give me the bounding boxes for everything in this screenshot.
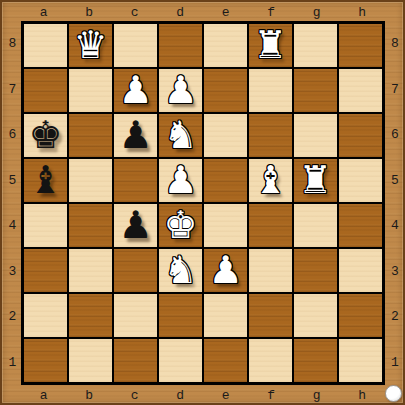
square-g2[interactable] — [293, 293, 338, 338]
rank-labels-right: 87654321 — [386, 21, 404, 385]
coord-label-b: b — [67, 386, 113, 404]
square-c6[interactable]: ♟ — [113, 113, 158, 158]
square-h1[interactable] — [338, 338, 383, 383]
square-d5[interactable]: ♟ — [158, 158, 203, 203]
square-f8[interactable]: ♜ — [248, 23, 293, 68]
square-d1[interactable] — [158, 338, 203, 383]
square-b3[interactable] — [68, 248, 113, 293]
square-d2[interactable] — [158, 293, 203, 338]
square-f7[interactable] — [248, 68, 293, 113]
white-queen-b8[interactable]: ♛ — [73, 24, 107, 67]
square-g5[interactable]: ♜ — [293, 158, 338, 203]
coord-label-e: e — [203, 386, 249, 404]
coord-label-e: e — [203, 4, 249, 21]
coord-label-a: a — [21, 4, 67, 21]
square-a7[interactable] — [23, 68, 68, 113]
square-f2[interactable] — [248, 293, 293, 338]
white-pawn-e3[interactable]: ♟ — [208, 249, 242, 292]
square-a5[interactable]: ♝ — [23, 158, 68, 203]
square-h3[interactable] — [338, 248, 383, 293]
square-f4[interactable] — [248, 203, 293, 248]
square-d6[interactable]: ♞ — [158, 113, 203, 158]
chess-board-frame: abcdefgh abcdefgh 87654321 87654321 ♛♜♟♟… — [0, 0, 405, 405]
square-e3[interactable]: ♟ — [203, 248, 248, 293]
coord-label-3: 3 — [386, 249, 404, 295]
coord-label-5: 5 — [386, 158, 404, 204]
white-pawn-d5[interactable]: ♟ — [163, 159, 197, 202]
coord-label-6: 6 — [386, 112, 404, 158]
square-g1[interactable] — [293, 338, 338, 383]
square-e5[interactable] — [203, 158, 248, 203]
square-b1[interactable] — [68, 338, 113, 383]
square-c1[interactable] — [113, 338, 158, 383]
square-b8[interactable]: ♛ — [68, 23, 113, 68]
coord-label-a: a — [21, 386, 67, 404]
white-rook-g5[interactable]: ♜ — [298, 159, 332, 202]
square-h6[interactable] — [338, 113, 383, 158]
square-g4[interactable] — [293, 203, 338, 248]
white-knight-d6[interactable]: ♞ — [163, 114, 197, 157]
coord-label-b: b — [67, 4, 113, 21]
square-h8[interactable] — [338, 23, 383, 68]
square-d8[interactable] — [158, 23, 203, 68]
square-a2[interactable] — [23, 293, 68, 338]
square-a1[interactable] — [23, 338, 68, 383]
file-labels-bottom: abcdefgh — [21, 386, 385, 404]
square-e2[interactable] — [203, 293, 248, 338]
square-h2[interactable] — [338, 293, 383, 338]
white-to-move-indicator — [385, 385, 402, 402]
square-e7[interactable] — [203, 68, 248, 113]
square-c4[interactable]: ♟ — [113, 203, 158, 248]
coord-label-h: h — [340, 386, 386, 404]
square-c7[interactable]: ♟ — [113, 68, 158, 113]
square-h7[interactable] — [338, 68, 383, 113]
square-a3[interactable] — [23, 248, 68, 293]
square-d4[interactable]: ♚ — [158, 203, 203, 248]
square-f6[interactable] — [248, 113, 293, 158]
white-rook-f8[interactable]: ♜ — [253, 24, 287, 67]
black-bishop-a5[interactable]: ♝ — [28, 159, 62, 202]
square-h5[interactable] — [338, 158, 383, 203]
square-g6[interactable] — [293, 113, 338, 158]
black-king-a6[interactable]: ♚ — [28, 114, 62, 157]
square-c5[interactable] — [113, 158, 158, 203]
coord-label-1: 1 — [386, 340, 404, 386]
black-pawn-c6[interactable]: ♟ — [118, 114, 152, 157]
coord-label-4: 4 — [4, 203, 21, 249]
coord-label-d: d — [158, 386, 204, 404]
coord-label-3: 3 — [4, 249, 21, 295]
square-b2[interactable] — [68, 293, 113, 338]
square-d7[interactable]: ♟ — [158, 68, 203, 113]
coord-label-h: h — [340, 4, 386, 21]
file-labels-top: abcdefgh — [21, 4, 385, 21]
square-g3[interactable] — [293, 248, 338, 293]
coord-label-f: f — [249, 4, 295, 21]
square-e6[interactable] — [203, 113, 248, 158]
coord-label-8: 8 — [386, 21, 404, 67]
white-king-d4[interactable]: ♚ — [163, 204, 197, 247]
square-h4[interactable] — [338, 203, 383, 248]
coord-label-5: 5 — [4, 158, 21, 204]
coord-label-7: 7 — [386, 67, 404, 113]
square-c2[interactable] — [113, 293, 158, 338]
square-g8[interactable] — [293, 23, 338, 68]
square-c8[interactable] — [113, 23, 158, 68]
square-f3[interactable] — [248, 248, 293, 293]
square-e8[interactable] — [203, 23, 248, 68]
white-knight-d3[interactable]: ♞ — [163, 249, 197, 292]
white-bishop-f5[interactable]: ♝ — [253, 159, 287, 202]
square-f1[interactable] — [248, 338, 293, 383]
square-a4[interactable] — [23, 203, 68, 248]
coord-label-2: 2 — [386, 294, 404, 340]
coord-label-c: c — [112, 4, 158, 21]
coord-label-2: 2 — [4, 294, 21, 340]
square-d3[interactable]: ♞ — [158, 248, 203, 293]
coord-label-7: 7 — [4, 67, 21, 113]
square-f5[interactable]: ♝ — [248, 158, 293, 203]
coord-label-6: 6 — [4, 112, 21, 158]
coord-label-g: g — [294, 4, 340, 21]
square-c3[interactable] — [113, 248, 158, 293]
coord-label-f: f — [249, 386, 295, 404]
square-g7[interactable] — [293, 68, 338, 113]
coord-label-8: 8 — [4, 21, 21, 67]
coord-label-d: d — [158, 4, 204, 21]
coord-label-c: c — [112, 386, 158, 404]
rank-labels-left: 87654321 — [4, 21, 21, 385]
board: ♛♜♟♟♚♟♞♝♟♝♜♟♚♞♟ — [21, 21, 385, 385]
black-pawn-c4[interactable]: ♟ — [118, 204, 152, 247]
square-b7[interactable] — [68, 68, 113, 113]
square-b5[interactable] — [68, 158, 113, 203]
coord-label-1: 1 — [4, 340, 21, 386]
square-a8[interactable] — [23, 23, 68, 68]
square-b6[interactable] — [68, 113, 113, 158]
square-a6[interactable]: ♚ — [23, 113, 68, 158]
coord-label-4: 4 — [386, 203, 404, 249]
square-e4[interactable] — [203, 203, 248, 248]
square-b4[interactable] — [68, 203, 113, 248]
white-pawn-d7[interactable]: ♟ — [163, 69, 197, 112]
square-e1[interactable] — [203, 338, 248, 383]
coord-label-g: g — [294, 386, 340, 404]
white-pawn-c7[interactable]: ♟ — [118, 69, 152, 112]
